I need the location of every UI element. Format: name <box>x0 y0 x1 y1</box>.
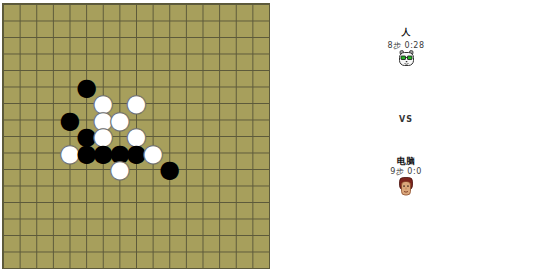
stone-black: ● <box>93 143 113 163</box>
info-panel: 人 8步 0:28 VS 电脑 9步 0:0 <box>340 0 472 272</box>
stone-black: ● <box>76 126 96 146</box>
stone-black: ● <box>76 143 96 163</box>
stone-white: ● <box>93 93 113 113</box>
person-face-icon <box>398 177 414 196</box>
stone-white: ● <box>93 110 113 130</box>
stone-black: ● <box>126 143 146 163</box>
stone-black: ● <box>109 143 129 163</box>
human-player-label: 人 <box>340 26 472 39</box>
stone-white: ● <box>109 110 129 130</box>
computer-avatar <box>340 177 472 200</box>
stone-white: ● <box>93 126 113 146</box>
stone-black: ● <box>60 110 80 130</box>
stone-white: ● <box>126 126 146 146</box>
human-avatar <box>340 50 472 71</box>
panda-face-green-glasses-icon <box>398 50 415 67</box>
stone-black: ● <box>159 159 179 179</box>
computer-moves-and-time: 9步 0:0 <box>340 166 472 177</box>
gomoku-board[interactable]: ●●●●●●●●●●●●●●●●● <box>2 3 270 269</box>
stone-white: ● <box>109 159 129 179</box>
stone-black: ● <box>76 77 96 97</box>
stone-white: ● <box>60 143 80 163</box>
vs-label: VS <box>340 115 472 124</box>
stone-white: ● <box>126 93 146 113</box>
stone-white: ● <box>143 143 163 163</box>
